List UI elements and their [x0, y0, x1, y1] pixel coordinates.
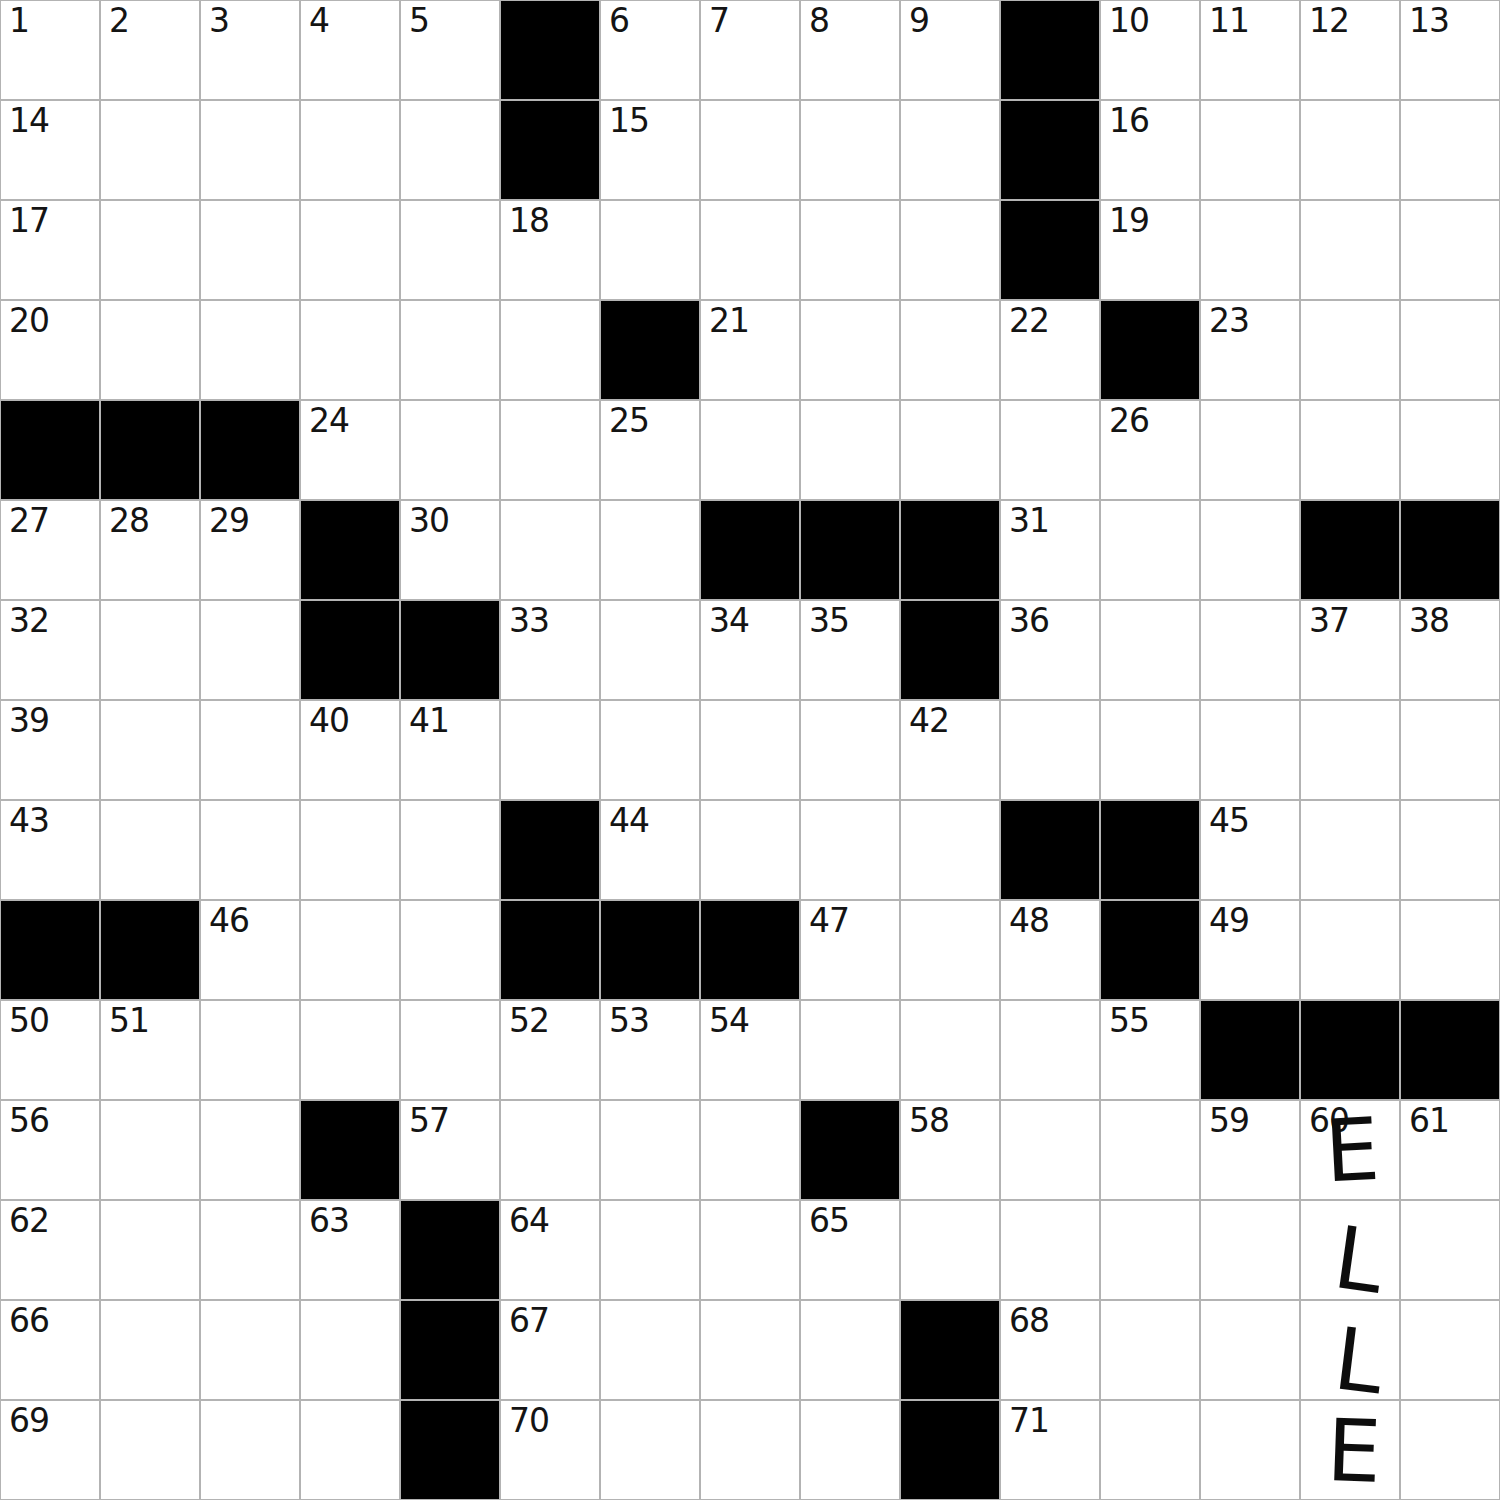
cell-r3c3[interactable]: [300, 300, 400, 400]
cell-r0c3[interactable]: 4: [300, 0, 400, 100]
cell-r10c2[interactable]: [200, 1000, 300, 1100]
cell-r1c0[interactable]: 14: [0, 100, 100, 200]
cell-r9c12[interactable]: 49: [1200, 900, 1300, 1000]
cell-r12c5[interactable]: 64: [500, 1200, 600, 1300]
cell-r2c11[interactable]: 19: [1100, 200, 1200, 300]
cell-r14c3[interactable]: [300, 1400, 400, 1500]
cell-r0c7[interactable]: 7: [700, 0, 800, 100]
cell-r5c10[interactable]: 31: [1000, 500, 1100, 600]
clue-number: 41: [409, 704, 449, 737]
cell-r8c11: [1100, 800, 1200, 900]
cell-r6c14[interactable]: 38: [1400, 600, 1500, 700]
cell-r7c7[interactable]: [700, 700, 800, 800]
cell-r9c3[interactable]: [300, 900, 400, 1000]
cell-r0c0[interactable]: 1: [0, 0, 100, 100]
cell-r5c8: [800, 500, 900, 600]
cell-r10c13: [1300, 1000, 1400, 1100]
cell-r13c3[interactable]: [300, 1300, 400, 1400]
cell-r0c1[interactable]: 2: [100, 0, 200, 100]
cell-r9c1: [100, 900, 200, 1000]
cell-r10c14: [1400, 1000, 1500, 1100]
cell-r6c4: [400, 600, 500, 700]
cell-r4c3[interactable]: 24: [300, 400, 400, 500]
cell-r11c9[interactable]: 58: [900, 1100, 1000, 1200]
cell-r3c13[interactable]: [1300, 300, 1400, 400]
cell-r3c14[interactable]: [1400, 300, 1500, 400]
cell-r5c7: [700, 500, 800, 600]
cell-r2c3[interactable]: [300, 200, 400, 300]
cell-r7c2[interactable]: [200, 700, 300, 800]
clue-number: 38: [1409, 604, 1449, 637]
clue-number: 2: [109, 4, 129, 37]
clue-number: 50: [9, 1004, 49, 1037]
cell-r1c7[interactable]: [700, 100, 800, 200]
cell-r4c6[interactable]: 25: [600, 400, 700, 500]
cell-r9c5: [500, 900, 600, 1000]
cell-r3c0[interactable]: 20: [0, 300, 100, 400]
cell-r11c0[interactable]: 56: [0, 1100, 100, 1200]
cell-r2c5[interactable]: 18: [500, 200, 600, 300]
cell-r6c3: [300, 600, 400, 700]
cell-r11c2[interactable]: [200, 1100, 300, 1200]
cell-r12c8[interactable]: 65: [800, 1200, 900, 1300]
cell-r3c4[interactable]: [400, 300, 500, 400]
cell-r14c1[interactable]: [100, 1400, 200, 1500]
clue-number: 54: [709, 1004, 749, 1037]
cell-r5c11[interactable]: [1100, 500, 1200, 600]
cell-r9c14[interactable]: [1400, 900, 1500, 1000]
cell-r5c9: [900, 500, 1000, 600]
clue-number: 20: [9, 304, 49, 337]
clue-number: 39: [9, 704, 49, 737]
cell-r9c13[interactable]: [1300, 900, 1400, 1000]
clue-number: 34: [709, 604, 749, 637]
cell-r5c3: [300, 500, 400, 600]
cell-r3c10[interactable]: 22: [1000, 300, 1100, 400]
cell-r1c12[interactable]: [1200, 100, 1300, 200]
clue-number: 10: [1109, 4, 1149, 37]
clue-number: 40: [309, 704, 349, 737]
cell-r6c8[interactable]: 35: [800, 600, 900, 700]
cell-r1c9[interactable]: [900, 100, 1000, 200]
cell-r0c14[interactable]: 13: [1400, 0, 1500, 100]
cell-r7c12[interactable]: [1200, 700, 1300, 800]
cell-r7c6[interactable]: [600, 700, 700, 800]
cell-r7c10[interactable]: [1000, 700, 1100, 800]
clue-number: 9: [909, 4, 929, 37]
clue-number: 1: [9, 4, 29, 37]
clue-number: 13: [1409, 4, 1449, 37]
cell-r10c5[interactable]: 52: [500, 1000, 600, 1100]
cell-r6c0[interactable]: 32: [0, 600, 100, 700]
clue-number: 64: [509, 1204, 549, 1237]
clue-number: 48: [1009, 904, 1049, 937]
cell-r2c2[interactable]: [200, 200, 300, 300]
clue-number: 66: [9, 1304, 49, 1337]
cell-r10c12: [1200, 1000, 1300, 1100]
cell-r12c3[interactable]: 63: [300, 1200, 400, 1300]
cell-r13c9: [900, 1300, 1000, 1400]
clue-number: 59: [1209, 1104, 1249, 1137]
cell-r13c5[interactable]: 67: [500, 1300, 600, 1400]
clue-number: 25: [609, 404, 649, 437]
cell-r6c10[interactable]: 36: [1000, 600, 1100, 700]
clue-number: 36: [1009, 604, 1049, 637]
cell-r5c12[interactable]: [1200, 500, 1300, 600]
cell-r14c0[interactable]: 69: [0, 1400, 100, 1500]
cell-r1c11[interactable]: 16: [1100, 100, 1200, 200]
cell-r0c9[interactable]: 9: [900, 0, 1000, 100]
clue-number: 5: [409, 4, 429, 37]
cell-r5c1[interactable]: 28: [100, 500, 200, 600]
cell-r13c13[interactable]: L: [1300, 1300, 1400, 1400]
cell-r2c4[interactable]: [400, 200, 500, 300]
clue-number: 22: [1009, 304, 1049, 337]
clue-number: 69: [9, 1404, 49, 1437]
cell-r11c1[interactable]: [100, 1100, 200, 1200]
cell-r10c1[interactable]: 51: [100, 1000, 200, 1100]
cell-r14c9: [900, 1400, 1000, 1500]
cell-r6c7[interactable]: 34: [700, 600, 800, 700]
cell-r3c6: [600, 300, 700, 400]
cell-r8c7[interactable]: [700, 800, 800, 900]
clue-number: 51: [109, 1004, 149, 1037]
clue-number: 15: [609, 104, 649, 137]
cell-r4c14[interactable]: [1400, 400, 1500, 500]
cell-r4c9[interactable]: [900, 400, 1000, 500]
cell-r11c7[interactable]: [700, 1100, 800, 1200]
cell-r7c1[interactable]: [100, 700, 200, 800]
clue-number: 61: [1409, 1104, 1449, 1137]
cell-r12c2[interactable]: [200, 1200, 300, 1300]
cell-r6c12[interactable]: [1200, 600, 1300, 700]
cell-r14c8[interactable]: [800, 1400, 900, 1500]
cell-r7c4[interactable]: 41: [400, 700, 500, 800]
cell-r8c5: [500, 800, 600, 900]
cell-r7c14[interactable]: [1400, 700, 1500, 800]
cell-r12c0[interactable]: 62: [0, 1200, 100, 1300]
cell-r13c0[interactable]: 66: [0, 1300, 100, 1400]
cell-r7c11[interactable]: [1100, 700, 1200, 800]
cell-r4c2: [200, 400, 300, 500]
cell-r1c4[interactable]: [400, 100, 500, 200]
cell-r12c1[interactable]: [100, 1200, 200, 1300]
cell-r4c4[interactable]: [400, 400, 500, 500]
cell-r1c14[interactable]: [1400, 100, 1500, 200]
cell-r4c12[interactable]: [1200, 400, 1300, 500]
cell-r14c12[interactable]: [1200, 1400, 1300, 1500]
cell-r2c8[interactable]: [800, 200, 900, 300]
cell-r13c8[interactable]: [800, 1300, 900, 1400]
clue-number: 26: [1109, 404, 1149, 437]
cell-r14c4: [400, 1400, 500, 1500]
cell-r3c2[interactable]: [200, 300, 300, 400]
clue-number: 18: [509, 204, 549, 237]
cell-r0c12[interactable]: 11: [1200, 0, 1300, 100]
cell-r2c12[interactable]: [1200, 200, 1300, 300]
cell-r1c13[interactable]: [1300, 100, 1400, 200]
cell-r10c4[interactable]: [400, 1000, 500, 1100]
fill-letter: E: [1301, 1099, 1404, 1202]
cell-r2c6[interactable]: [600, 200, 700, 300]
cell-r1c3[interactable]: [300, 100, 400, 200]
cell-r7c3[interactable]: 40: [300, 700, 400, 800]
clue-number: 14: [9, 104, 49, 137]
cell-r10c3[interactable]: [300, 1000, 400, 1100]
clue-number: 3: [209, 4, 229, 37]
cell-r10c10[interactable]: [1000, 1000, 1100, 1100]
cell-r7c5[interactable]: [500, 700, 600, 800]
cell-r11c11[interactable]: [1100, 1100, 1200, 1200]
cell-r2c9[interactable]: [900, 200, 1000, 300]
cell-r5c13: [1300, 500, 1400, 600]
cell-r1c1[interactable]: [100, 100, 200, 200]
cell-r5c5[interactable]: [500, 500, 600, 600]
cell-r2c10: [1000, 200, 1100, 300]
cell-r14c6[interactable]: [600, 1400, 700, 1500]
cell-r3c11: [1100, 300, 1200, 400]
cell-r12c13[interactable]: L: [1300, 1200, 1400, 1300]
cell-r14c7[interactable]: [700, 1400, 800, 1500]
cell-r13c6[interactable]: [600, 1300, 700, 1400]
cell-r2c14[interactable]: [1400, 200, 1500, 300]
cell-r5c6[interactable]: [600, 500, 700, 600]
clue-number: 52: [509, 1004, 549, 1037]
clue-number: 32: [9, 604, 49, 637]
cell-r3c5[interactable]: [500, 300, 600, 400]
cell-r11c6[interactable]: [600, 1100, 700, 1200]
clue-number: 11: [1209, 4, 1249, 37]
cell-r7c13[interactable]: [1300, 700, 1400, 800]
cell-r3c8[interactable]: [800, 300, 900, 400]
cell-r4c1: [100, 400, 200, 500]
clue-number: 42: [909, 704, 949, 737]
cell-r5c4[interactable]: 30: [400, 500, 500, 600]
cell-r10c11[interactable]: 55: [1100, 1000, 1200, 1100]
cell-r7c9[interactable]: 42: [900, 700, 1000, 800]
cell-r12c11[interactable]: [1100, 1200, 1200, 1300]
clue-number: 55: [1109, 1004, 1149, 1037]
cell-r8c4[interactable]: [400, 800, 500, 900]
cell-r14c11[interactable]: [1100, 1400, 1200, 1500]
cell-r9c10[interactable]: 48: [1000, 900, 1100, 1000]
cell-r14c13[interactable]: E: [1300, 1400, 1400, 1500]
clue-number: 35: [809, 604, 849, 637]
clue-number: 58: [909, 1104, 949, 1137]
cell-r11c4[interactable]: 57: [400, 1100, 500, 1200]
cell-r5c0[interactable]: 27: [0, 500, 100, 600]
cell-r3c9[interactable]: [900, 300, 1000, 400]
cell-r9c2[interactable]: 46: [200, 900, 300, 1000]
cell-r11c12[interactable]: 59: [1200, 1100, 1300, 1200]
clue-number: 24: [309, 404, 349, 437]
cell-r8c6[interactable]: 44: [600, 800, 700, 900]
cell-r2c13[interactable]: [1300, 200, 1400, 300]
clue-number: 4: [309, 4, 329, 37]
cell-r9c8[interactable]: 47: [800, 900, 900, 1000]
cell-r13c11[interactable]: [1100, 1300, 1200, 1400]
clue-number: 56: [9, 1104, 49, 1137]
cell-r6c9: [900, 600, 1000, 700]
cell-r11c8: [800, 1100, 900, 1200]
clue-number: 37: [1309, 604, 1349, 637]
cell-r8c0[interactable]: 43: [0, 800, 100, 900]
clue-number: 70: [509, 1404, 549, 1437]
fill-letter: L: [1304, 1205, 1415, 1316]
clue-number: 31: [1009, 504, 1049, 537]
crossword-grid: 1234567891011121314151617181920212223242…: [0, 0, 1500, 1500]
cell-r13c1[interactable]: [100, 1300, 200, 1400]
cell-r0c4[interactable]: 5: [400, 0, 500, 100]
cell-r13c14[interactable]: [1400, 1300, 1500, 1400]
cell-r6c5[interactable]: 33: [500, 600, 600, 700]
cell-r8c3[interactable]: [300, 800, 400, 900]
cell-r9c4[interactable]: [400, 900, 500, 1000]
cell-r1c6[interactable]: 15: [600, 100, 700, 200]
cell-r3c7[interactable]: 21: [700, 300, 800, 400]
clue-number: 68: [1009, 1304, 1049, 1337]
cell-r9c9[interactable]: [900, 900, 1000, 1000]
cell-r8c14[interactable]: [1400, 800, 1500, 900]
cell-r5c2[interactable]: 29: [200, 500, 300, 600]
clue-number: 19: [1109, 204, 1149, 237]
cell-r8c12[interactable]: 45: [1200, 800, 1300, 900]
cell-r13c2[interactable]: [200, 1300, 300, 1400]
fill-letter: E: [1303, 1400, 1404, 1500]
cell-r0c11[interactable]: 10: [1100, 0, 1200, 100]
clue-number: 45: [1209, 804, 1249, 837]
cell-r11c14[interactable]: 61: [1400, 1100, 1500, 1200]
cell-r0c13[interactable]: 12: [1300, 0, 1400, 100]
cell-r4c5[interactable]: [500, 400, 600, 500]
cell-r12c10[interactable]: [1000, 1200, 1100, 1300]
cell-r9c6: [600, 900, 700, 1000]
cell-r8c10: [1000, 800, 1100, 900]
clue-number: 46: [209, 904, 249, 937]
clue-number: 43: [9, 804, 49, 837]
cell-r14c14[interactable]: [1400, 1400, 1500, 1500]
cell-r8c2[interactable]: [200, 800, 300, 900]
cell-r1c10: [1000, 100, 1100, 200]
cell-r1c5: [500, 100, 600, 200]
cell-r12c4: [400, 1200, 500, 1300]
cell-r9c7: [700, 900, 800, 1000]
clue-number: 12: [1309, 4, 1349, 37]
clue-number: 65: [809, 1204, 849, 1237]
cell-r7c8[interactable]: [800, 700, 900, 800]
cell-r0c6[interactable]: 6: [600, 0, 700, 100]
cell-r8c8[interactable]: [800, 800, 900, 900]
cell-r13c7[interactable]: [700, 1300, 800, 1400]
cell-r10c9[interactable]: [900, 1000, 1000, 1100]
cell-r12c7[interactable]: [700, 1200, 800, 1300]
clue-number: 44: [609, 804, 649, 837]
cell-r13c12[interactable]: [1200, 1300, 1300, 1400]
cell-r0c5: [500, 0, 600, 100]
cell-r10c0[interactable]: 50: [0, 1000, 100, 1100]
clue-number: 71: [1009, 1404, 1049, 1437]
cell-r7c0[interactable]: 39: [0, 700, 100, 800]
cell-r13c10[interactable]: 68: [1000, 1300, 1100, 1400]
clue-number: 8: [809, 4, 829, 37]
clue-number: 67: [509, 1304, 549, 1337]
cell-r12c9[interactable]: [900, 1200, 1000, 1300]
cell-r5c14: [1400, 500, 1500, 600]
cell-r1c8[interactable]: [800, 100, 900, 200]
cell-r12c14[interactable]: [1400, 1200, 1500, 1300]
cell-r12c6[interactable]: [600, 1200, 700, 1300]
clue-number: 30: [409, 504, 449, 537]
cell-r10c7[interactable]: 54: [700, 1000, 800, 1100]
clue-number: 23: [1209, 304, 1249, 337]
clue-number: 53: [609, 1004, 649, 1037]
cell-r9c11: [1100, 900, 1200, 1000]
cell-r13c4: [400, 1300, 500, 1400]
clue-number: 16: [1109, 104, 1149, 137]
cell-r2c7[interactable]: [700, 200, 800, 300]
cell-r14c5[interactable]: 70: [500, 1400, 600, 1500]
cell-r10c8[interactable]: [800, 1000, 900, 1100]
clue-number: 7: [709, 4, 729, 37]
cell-r3c1[interactable]: [100, 300, 200, 400]
clue-number: 49: [1209, 904, 1249, 937]
cell-r6c1[interactable]: [100, 600, 200, 700]
cell-r4c11[interactable]: 26: [1100, 400, 1200, 500]
cell-r0c10: [1000, 0, 1100, 100]
cell-r8c9[interactable]: [900, 800, 1000, 900]
cell-r14c2[interactable]: [200, 1400, 300, 1500]
cell-r9c0: [0, 900, 100, 1000]
clue-number: 33: [509, 604, 549, 637]
clue-number: 6: [609, 4, 629, 37]
cell-r11c13[interactable]: 60E: [1300, 1100, 1400, 1200]
cell-r2c0[interactable]: 17: [0, 200, 100, 300]
clue-number: 21: [709, 304, 749, 337]
clue-number: 62: [9, 1204, 49, 1237]
cell-r10c6[interactable]: 53: [600, 1000, 700, 1100]
cell-r4c7[interactable]: [700, 400, 800, 500]
cell-r1c2[interactable]: [200, 100, 300, 200]
cell-r6c11[interactable]: [1100, 600, 1200, 700]
cell-r8c13[interactable]: [1300, 800, 1400, 900]
cell-r4c0: [0, 400, 100, 500]
clue-number: 28: [109, 504, 149, 537]
clue-number: 17: [9, 204, 49, 237]
cell-r11c3: [300, 1100, 400, 1200]
cell-r11c10[interactable]: [1000, 1100, 1100, 1200]
clue-number: 27: [9, 504, 49, 537]
cell-r0c2[interactable]: 3: [200, 0, 300, 100]
clue-number: 29: [209, 504, 249, 537]
cell-r4c10[interactable]: [1000, 400, 1100, 500]
cell-r2c1[interactable]: [100, 200, 200, 300]
cell-r3c12[interactable]: 23: [1200, 300, 1300, 400]
clue-number: 47: [809, 904, 849, 937]
cell-r14c10[interactable]: 71: [1000, 1400, 1100, 1500]
cell-r6c2[interactable]: [200, 600, 300, 700]
cell-r12c12[interactable]: [1200, 1200, 1300, 1300]
cell-r6c13[interactable]: 37: [1300, 600, 1400, 700]
cell-r4c13[interactable]: [1300, 400, 1400, 500]
cell-r8c1[interactable]: [100, 800, 200, 900]
cell-r6c6[interactable]: [600, 600, 700, 700]
cell-r11c5[interactable]: [500, 1100, 600, 1200]
cell-r0c8[interactable]: 8: [800, 0, 900, 100]
cell-r4c8[interactable]: [800, 400, 900, 500]
clue-number: 57: [409, 1104, 449, 1137]
clue-number: 63: [309, 1204, 349, 1237]
